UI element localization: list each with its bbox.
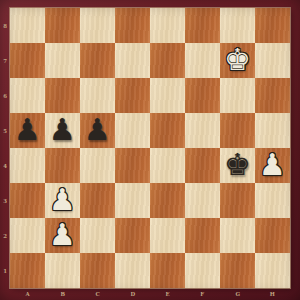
square-e6[interactable]: [150, 78, 185, 113]
file-label-f: F: [185, 287, 220, 300]
square-f7[interactable]: [185, 43, 220, 78]
square-g1[interactable]: [220, 253, 255, 288]
square-a5[interactable]: ♟: [10, 113, 45, 148]
square-g2[interactable]: [220, 218, 255, 253]
square-f3[interactable]: [185, 183, 220, 218]
square-a4[interactable]: [10, 148, 45, 183]
square-b1[interactable]: [45, 253, 80, 288]
square-h6[interactable]: [255, 78, 290, 113]
square-e7[interactable]: [150, 43, 185, 78]
square-d3[interactable]: [115, 183, 150, 218]
square-f1[interactable]: [185, 253, 220, 288]
square-f4[interactable]: [185, 148, 220, 183]
chessboard: ♚♟♟♟♚♟♟♟: [10, 8, 290, 288]
square-c4[interactable]: [80, 148, 115, 183]
square-c1[interactable]: [80, 253, 115, 288]
square-h2[interactable]: [255, 218, 290, 253]
white-pawn[interactable]: ♟: [255, 148, 290, 183]
file-label-d: D: [115, 287, 150, 300]
square-d1[interactable]: [115, 253, 150, 288]
square-g6[interactable]: [220, 78, 255, 113]
rank-label-4: 4: [0, 148, 10, 183]
file-label-e: E: [150, 287, 185, 300]
square-a6[interactable]: [10, 78, 45, 113]
rank-label-8: 8: [0, 8, 10, 43]
square-c3[interactable]: [80, 183, 115, 218]
square-b4[interactable]: [45, 148, 80, 183]
rank-label-5: 5: [0, 113, 10, 148]
square-e8[interactable]: [150, 8, 185, 43]
square-e2[interactable]: [150, 218, 185, 253]
square-h3[interactable]: [255, 183, 290, 218]
square-e4[interactable]: [150, 148, 185, 183]
file-label-a: A: [10, 287, 45, 300]
file-label-g: G: [220, 287, 255, 300]
file-label-c: C: [80, 287, 115, 300]
square-c8[interactable]: [80, 8, 115, 43]
rank-label-7: 7: [0, 43, 10, 78]
file-label-b: B: [45, 287, 80, 300]
square-d6[interactable]: [115, 78, 150, 113]
square-d7[interactable]: [115, 43, 150, 78]
chessboard-frame: ♚♟♟♟♚♟♟♟ 87654321 ABCDEFGH: [0, 0, 300, 300]
square-e3[interactable]: [150, 183, 185, 218]
square-g4[interactable]: ♚: [220, 148, 255, 183]
square-d8[interactable]: [115, 8, 150, 43]
square-b6[interactable]: [45, 78, 80, 113]
square-e5[interactable]: [150, 113, 185, 148]
square-b5[interactable]: ♟: [45, 113, 80, 148]
square-a2[interactable]: [10, 218, 45, 253]
white-pawn[interactable]: ♟: [45, 183, 80, 218]
square-d2[interactable]: [115, 218, 150, 253]
rank-label-6: 6: [0, 78, 10, 113]
square-e1[interactable]: [150, 253, 185, 288]
square-b7[interactable]: [45, 43, 80, 78]
white-pawn[interactable]: ♟: [45, 218, 80, 253]
square-f6[interactable]: [185, 78, 220, 113]
square-h5[interactable]: [255, 113, 290, 148]
square-g8[interactable]: [220, 8, 255, 43]
rank-label-1: 1: [0, 253, 10, 288]
square-f5[interactable]: [185, 113, 220, 148]
square-d5[interactable]: [115, 113, 150, 148]
square-a7[interactable]: [10, 43, 45, 78]
square-b8[interactable]: [45, 8, 80, 43]
square-c2[interactable]: [80, 218, 115, 253]
square-b3[interactable]: ♟: [45, 183, 80, 218]
rank-label-2: 2: [0, 218, 10, 253]
black-pawn[interactable]: ♟: [10, 113, 45, 148]
square-h1[interactable]: [255, 253, 290, 288]
file-label-h: H: [255, 287, 290, 300]
square-a3[interactable]: [10, 183, 45, 218]
square-g3[interactable]: [220, 183, 255, 218]
black-pawn[interactable]: ♟: [45, 113, 80, 148]
square-h8[interactable]: [255, 8, 290, 43]
square-c6[interactable]: [80, 78, 115, 113]
black-king[interactable]: ♚: [220, 148, 255, 183]
square-f2[interactable]: [185, 218, 220, 253]
white-king[interactable]: ♚: [220, 43, 255, 78]
black-pawn[interactable]: ♟: [80, 113, 115, 148]
square-g5[interactable]: [220, 113, 255, 148]
square-g7[interactable]: ♚: [220, 43, 255, 78]
square-c5[interactable]: ♟: [80, 113, 115, 148]
square-a1[interactable]: [10, 253, 45, 288]
rank-label-3: 3: [0, 183, 10, 218]
square-b2[interactable]: ♟: [45, 218, 80, 253]
square-a8[interactable]: [10, 8, 45, 43]
square-c7[interactable]: [80, 43, 115, 78]
square-h7[interactable]: [255, 43, 290, 78]
square-d4[interactable]: [115, 148, 150, 183]
square-h4[interactable]: ♟: [255, 148, 290, 183]
square-f8[interactable]: [185, 8, 220, 43]
